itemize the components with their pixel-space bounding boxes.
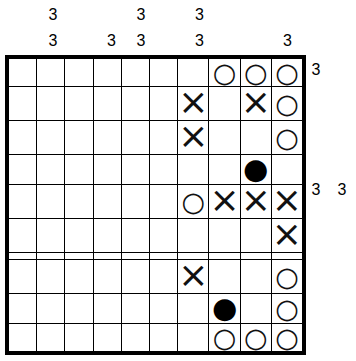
cross-mark: × (178, 118, 208, 154)
cell-r3c7[interactable]: × (178, 121, 209, 155)
cell-r1c2[interactable] (37, 59, 65, 87)
cell-r8c8[interactable] (209, 260, 240, 294)
col-clue-c6 (155, 2, 184, 28)
col-clue-c3 (68, 2, 97, 28)
cell-r1c5[interactable] (122, 59, 150, 87)
cell-r1c3[interactable] (65, 59, 93, 87)
cell-r9c10[interactable]: ○ (272, 294, 302, 324)
cell-r4c5[interactable] (122, 155, 150, 185)
cell-r9c8[interactable]: ● (209, 294, 240, 324)
cell-r5c3[interactable] (65, 185, 93, 219)
top-clue-row-inner: 33333 (9, 28, 302, 54)
cell-r10c2[interactable] (37, 324, 65, 351)
cell-r9c6[interactable] (150, 294, 178, 324)
cell-r6c4[interactable] (94, 219, 122, 253)
cell-r10c5[interactable] (122, 324, 150, 351)
cell-r2c3[interactable] (65, 87, 93, 121)
row-clue-r4 (303, 145, 356, 175)
cell-r8c7[interactable]: × (178, 260, 209, 294)
cell-r6c9[interactable] (241, 219, 272, 253)
cell-r7c5[interactable] (122, 253, 150, 260)
col-clue-c6 (155, 28, 184, 54)
cell-r5c2[interactable] (37, 185, 65, 219)
col-clue-c5: 3 (126, 2, 155, 28)
col-clue-c7: 3 (185, 2, 214, 28)
col-clue-c3 (68, 28, 97, 54)
cell-r3c3[interactable] (65, 121, 93, 155)
row-clue-r8 (303, 265, 356, 295)
circle-mark: ○ (182, 188, 206, 215)
col-clue-c4: 3 (97, 28, 126, 54)
cell-r3c5[interactable] (122, 121, 150, 155)
cell-r4c6[interactable] (150, 155, 178, 185)
cell-r6c10[interactable]: × (272, 219, 302, 253)
col-clue-c2: 3 (38, 28, 67, 54)
cross-mark: × (241, 182, 271, 218)
cell-r1c1[interactable] (9, 59, 37, 87)
cell-r6c3[interactable] (65, 219, 93, 253)
circle-mark: ○ (275, 90, 299, 117)
cell-r9c2[interactable] (37, 294, 65, 324)
row-clue-r10 (303, 325, 356, 355)
row-clue-r5: 33 (303, 175, 356, 205)
col-clue-c1 (9, 28, 38, 54)
cell-r2c8[interactable] (209, 87, 240, 121)
circle-mark: ○ (275, 324, 299, 351)
cell-r4c2[interactable] (37, 155, 65, 185)
cell-r3c8[interactable] (209, 121, 240, 155)
circle-mark: ○ (213, 324, 237, 351)
cell-r4c7[interactable] (178, 155, 209, 185)
right-clue-column: 333 (303, 55, 356, 355)
col-clue-c10: 3 (273, 28, 302, 54)
cell-r5c1[interactable] (9, 185, 37, 219)
cross-mark: × (209, 182, 239, 218)
cell-r7c6[interactable] (150, 253, 178, 260)
col-clue-c7: 3 (185, 28, 214, 54)
cell-r7c8[interactable] (209, 253, 240, 260)
cell-r6c6[interactable] (150, 219, 178, 253)
col-clue-c1 (9, 2, 38, 28)
puzzle-board: ○○○××○×○●○×××××○●○○○○ (5, 55, 306, 355)
cell-r3c6[interactable] (150, 121, 178, 155)
cell-r9c7[interactable] (178, 294, 209, 324)
circle-mark: ○ (275, 124, 299, 151)
cell-r10c6[interactable] (150, 324, 178, 351)
cell-r1c4[interactable] (94, 59, 122, 87)
cell-r9c4[interactable] (94, 294, 122, 324)
cross-mark: × (178, 257, 208, 293)
puzzle-page: 333 33333 ○○○××○×○●○×××××○●○○○○ 333 (0, 0, 356, 361)
row-clue-r3 (303, 115, 356, 145)
cell-r6c2[interactable] (37, 219, 65, 253)
cell-r10c4[interactable] (94, 324, 122, 351)
col-clue-c9 (243, 28, 272, 54)
cell-r7c3[interactable] (65, 253, 93, 260)
cross-mark: × (272, 216, 302, 252)
cell-r3c10[interactable]: ○ (272, 121, 302, 155)
cell-r6c1[interactable] (9, 219, 37, 253)
row-clue-r9 (303, 295, 356, 325)
cell-r8c2[interactable] (37, 260, 65, 294)
filled-dot-mark: ● (212, 294, 237, 323)
cell-r10c1[interactable] (9, 324, 37, 351)
cell-r4c4[interactable] (94, 155, 122, 185)
cell-r2c4[interactable] (94, 87, 122, 121)
cell-r9c1[interactable] (9, 294, 37, 324)
cross-mark: × (241, 84, 271, 120)
cell-r3c9[interactable] (241, 121, 272, 155)
row-clue-number: 3 (329, 181, 355, 199)
col-clue-c5: 3 (126, 28, 155, 54)
cell-r6c8[interactable] (209, 219, 240, 253)
col-clue-c10 (273, 2, 302, 28)
cell-r1c10[interactable]: ○ (272, 59, 302, 87)
col-clue-c8 (214, 2, 243, 28)
cell-r5c4[interactable] (94, 185, 122, 219)
cell-r8c6[interactable] (150, 260, 178, 294)
cell-r2c9[interactable]: × (241, 87, 272, 121)
cell-r3c1[interactable] (9, 121, 37, 155)
top-clue-row-outer: 333 (9, 2, 302, 28)
cell-r7c2[interactable] (37, 253, 65, 260)
cell-r8c3[interactable] (65, 260, 93, 294)
cell-r4c3[interactable] (65, 155, 93, 185)
cell-r10c10[interactable]: ○ (272, 324, 302, 351)
cell-r2c2[interactable] (37, 87, 65, 121)
cell-r10c7[interactable] (178, 324, 209, 351)
cell-r2c1[interactable] (9, 87, 37, 121)
circle-mark: ○ (213, 59, 237, 86)
circle-mark: ○ (244, 324, 268, 351)
cell-r8c9[interactable] (241, 260, 272, 294)
cell-r7c9[interactable] (241, 253, 272, 260)
circle-mark: ○ (275, 295, 299, 322)
cell-r5c5[interactable] (122, 185, 150, 219)
cell-r3c4[interactable] (94, 121, 122, 155)
col-clue-c9 (243, 2, 272, 28)
cell-r10c8[interactable]: ○ (209, 324, 240, 351)
cell-r2c5[interactable] (122, 87, 150, 121)
cell-r5c6[interactable] (150, 185, 178, 219)
cell-r7c10[interactable] (272, 253, 302, 260)
cell-r1c6[interactable] (150, 59, 178, 87)
cell-r7c4[interactable] (94, 253, 122, 260)
cell-r10c3[interactable] (65, 324, 93, 351)
cell-r8c10[interactable]: ○ (272, 260, 302, 294)
cell-r3c2[interactable] (37, 121, 65, 155)
cell-r2c10[interactable]: ○ (272, 87, 302, 121)
cell-r8c5[interactable] (122, 260, 150, 294)
circle-mark: ○ (275, 59, 299, 86)
cell-r4c1[interactable] (9, 155, 37, 185)
cell-r10c9[interactable]: ○ (241, 324, 272, 351)
circle-mark: ○ (275, 263, 299, 290)
cell-r5c7[interactable]: ○ (178, 185, 209, 219)
cell-r6c7[interactable] (178, 219, 209, 253)
row-clue-r2 (303, 85, 356, 115)
cell-r7c1[interactable] (9, 253, 37, 260)
cell-r1c8[interactable]: ○ (209, 59, 240, 87)
row-clue-r6 (303, 205, 356, 235)
cell-r9c5[interactable] (122, 294, 150, 324)
cell-r8c4[interactable] (94, 260, 122, 294)
cell-r2c6[interactable] (150, 87, 178, 121)
cell-r8c1[interactable] (9, 260, 37, 294)
col-clue-c4 (97, 2, 126, 28)
cell-r5c9[interactable]: × (241, 185, 272, 219)
row-clue-number: 3 (303, 61, 329, 79)
cell-r6c5[interactable] (122, 219, 150, 253)
cell-r5c8[interactable]: × (209, 185, 240, 219)
row-clue-r7 (303, 235, 356, 265)
cell-r9c9[interactable] (241, 294, 272, 324)
col-clue-c8 (214, 28, 243, 54)
row-clue-r1: 3 (303, 55, 356, 85)
row-clue-number: 3 (303, 181, 329, 199)
col-clue-c2: 3 (38, 2, 67, 28)
cell-r9c3[interactable] (65, 294, 93, 324)
